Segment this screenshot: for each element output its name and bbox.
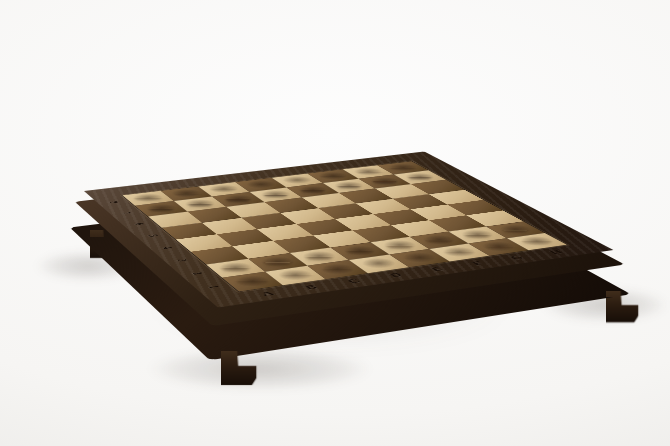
knight-glyph: ♞ xyxy=(269,221,322,280)
file-label-b: B xyxy=(286,281,336,293)
rank-label-6: 6 xyxy=(114,217,165,231)
pawn-glyph: ♟ xyxy=(296,158,328,194)
pawn-glyph: ♟ xyxy=(404,146,436,181)
rank-label-7: 7 xyxy=(102,206,152,219)
file-label-e: E xyxy=(413,263,462,274)
pawn-glyph: ♟ xyxy=(333,154,365,190)
file-label-a: A xyxy=(242,287,293,299)
file-label-h: H xyxy=(533,247,580,257)
pawn-glyph: ♟ xyxy=(183,171,216,208)
rank-label-8: 8 xyxy=(90,196,139,209)
file-label-d: D xyxy=(372,269,421,280)
pawn-glyph: ♟ xyxy=(259,163,292,199)
chess-board-assembly: ♜♞♝♛♚♝♞♜♟♟♟♟♟♟♟♟♟♟♟♟♟♟♟♟♜♞♝♛♚♝♞♜ ABCDEFG… xyxy=(84,151,614,307)
pawn-glyph: ♟ xyxy=(222,167,255,204)
pawn-glyph: ♟ xyxy=(369,150,401,185)
rook-glyph: ♜ xyxy=(229,234,276,286)
chess-set-photo: ♜♞♝♛♚♝♞♜♟♟♟♟♟♟♟♟♟♟♟♟♟♟♟♟♜♞♝♛♚♝♞♜ ABCDEFG… xyxy=(0,0,670,446)
pawn-glyph: ♟ xyxy=(144,176,177,213)
